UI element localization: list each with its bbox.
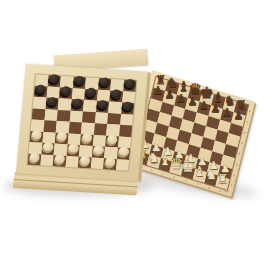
draughts-square: [83, 100, 97, 112]
rank-label: 8: [247, 107, 252, 115]
draughts-square: [72, 76, 86, 88]
draughts-square: [121, 102, 135, 114]
checker-piece-dark: [124, 79, 135, 89]
draughts-square: [70, 99, 84, 111]
draughts-square: [27, 153, 41, 165]
draughts-square: [43, 120, 57, 132]
checker-piece-dark: [97, 100, 108, 110]
rank-label: 7: [244, 118, 249, 126]
checker-piece-light: [43, 142, 54, 152]
draughts-square: [47, 75, 61, 87]
draughts-square: [69, 110, 83, 122]
draughts-square: [32, 108, 46, 120]
draughts-square: [78, 156, 92, 168]
draughts-square: [120, 114, 134, 126]
draughts-square: [58, 98, 72, 110]
draughts-square: [45, 98, 59, 110]
draughts-box-top: [16, 64, 148, 181]
checker-piece-dark: [49, 74, 60, 84]
draughts-square: [53, 155, 67, 167]
file-label: e: [182, 177, 191, 183]
checker-piece-light: [31, 130, 42, 140]
maker-signature-mark: ∼∼: [224, 189, 230, 194]
draughts-square: [59, 87, 73, 99]
draughts-square: [94, 123, 108, 135]
file-label: g: [205, 184, 214, 190]
checker-piece-light: [56, 131, 67, 141]
checker-piece-dark: [74, 75, 85, 85]
checker-piece-light: [54, 154, 65, 164]
checker-piece-light: [29, 152, 40, 162]
draughts-square: [96, 101, 110, 113]
rank-label: 4: [236, 149, 241, 157]
checker-piece-dark: [47, 97, 58, 107]
checker-piece-dark: [60, 86, 71, 96]
rank-label: 6: [242, 128, 247, 136]
draughts-square: [29, 131, 43, 143]
rank-label: 3: [234, 160, 239, 168]
checker-piece-light: [107, 134, 118, 144]
file-label: d: [170, 174, 179, 180]
draughts-square: [123, 80, 137, 92]
checker-piece-light: [68, 143, 79, 153]
rank-label: 2: [231, 171, 236, 179]
draughts-square: [34, 85, 48, 97]
draughts-square: [55, 132, 69, 144]
checker-piece-dark: [86, 88, 97, 98]
draughts-square: [103, 158, 117, 170]
draughts-square: [33, 97, 47, 109]
draughts-square: [90, 157, 104, 169]
draughts-square: [108, 101, 122, 113]
draughts-square: [116, 159, 130, 171]
checker-piece-light: [81, 133, 92, 143]
draughts-square: [107, 113, 121, 125]
draughts-square: [84, 89, 98, 101]
checker-piece-light: [79, 155, 90, 165]
draughts-square: [68, 122, 82, 134]
draughts-square: [91, 146, 105, 158]
draughts-square: [98, 78, 112, 90]
box-lid-seam: [14, 179, 138, 188]
checker-piece-light: [105, 157, 116, 167]
rank-label: 5: [239, 139, 244, 147]
checker-piece-dark: [122, 101, 133, 111]
checker-piece-light: [118, 146, 129, 156]
checker-piece-dark: [111, 89, 122, 99]
file-label: f: [193, 181, 202, 187]
checker-piece-light: [93, 145, 104, 155]
checker-piece-dark: [72, 98, 83, 108]
draughts-square: [109, 90, 123, 102]
file-label: c: [159, 170, 168, 176]
draughts-square: [95, 112, 109, 124]
file-label: b: [147, 167, 156, 173]
draughts-square: [80, 134, 94, 146]
draughts-square: [105, 135, 119, 147]
checker-piece-dark: [99, 77, 110, 87]
draughts-square: [65, 156, 79, 168]
draughts-square: [44, 109, 58, 121]
product-photo-scene: abcdefgh 87654321 ∼∼ ♜♞♝♛♚♝♞♜♟♟♟♟♟♟♟♟♟♟♟…: [0, 0, 265, 265]
draughts-square: [57, 110, 71, 122]
draughts-board: [27, 74, 136, 171]
draughts-square: [119, 125, 133, 137]
draughts-square: [40, 154, 54, 166]
checker-piece-dark: [35, 84, 46, 94]
draughts-square: [41, 143, 55, 155]
draughts-square: [66, 144, 80, 156]
draughts-square: [117, 147, 131, 159]
draughts-square: [82, 111, 96, 123]
